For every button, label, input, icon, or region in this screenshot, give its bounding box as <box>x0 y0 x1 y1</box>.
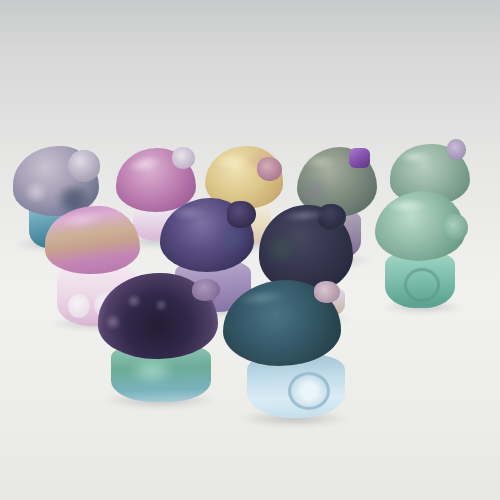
figurine-top-right-green-knob <box>447 139 466 160</box>
photo-stage <box>0 0 500 500</box>
figurine-top-yellow-base <box>223 201 271 245</box>
figurine-top-left-lavender-teal-highlight <box>22 182 50 202</box>
figurine-mid-pink-striped-toe <box>68 294 90 318</box>
figurine-top-grey-green-cap <box>297 147 377 217</box>
figurine-mid-dark-navy-cap <box>259 205 353 293</box>
figurine-top-grey-green-purple-tint <box>300 176 330 206</box>
figurine-bottom-purple-teal-shadow <box>102 392 218 409</box>
figurine-mid-dark-navy-base <box>275 284 345 320</box>
figurine-mid-pink-striped-toe <box>94 292 120 318</box>
figurine-top-left-lavender-teal-cap <box>13 146 99 216</box>
figurine-mid-pink-striped-base <box>57 264 137 326</box>
figurine-mid-pink-striped <box>0 0 500 500</box>
figurine-mid-right-green-base <box>385 252 455 308</box>
figurine-top-grey-green-shadow <box>304 254 372 267</box>
figurine-bottom-purple-teal-base <box>111 344 211 402</box>
figurine-top-yellow <box>0 0 500 500</box>
figurine-top-pink-cap <box>116 148 196 212</box>
figurine-mid-right-green-ear <box>443 214 468 241</box>
figurine-top-left-lavender-teal <box>0 0 500 500</box>
figurine-mid-dark-navy-knob <box>318 204 346 230</box>
figurine-mid-pink-striped-highlight <box>57 209 105 231</box>
figurine-top-right-green-highlight <box>398 150 432 164</box>
figurine-mid-pink-striped-shadow <box>50 316 144 331</box>
figurine-mid-dark-navy-teal-tint <box>264 232 296 268</box>
figurine-mid-dark-navy-highlight <box>282 207 327 224</box>
figurine-mid-right-green-cap <box>375 191 465 261</box>
figurine-top-pink-highlight <box>127 153 164 176</box>
figurine-mid-dark-violet <box>0 0 500 500</box>
figurine-mid-dark-violet-cap <box>160 198 254 272</box>
figurine-bottom-purple-teal-knob <box>192 279 220 301</box>
figurine-mid-right-green-swirl <box>404 268 440 302</box>
figurine-top-grey-green-highlight <box>305 154 337 170</box>
figurine-top-yellow-pink-tint <box>244 150 278 172</box>
figurine-bottom-teal-blue-cap <box>223 280 341 366</box>
figurine-top-yellow-highlight <box>214 153 250 171</box>
figurine-top-grey-green <box>0 0 500 500</box>
figurine-mid-dark-violet-knob <box>227 201 256 228</box>
figurine-top-left-lavender-teal-knob <box>68 150 100 182</box>
figurine-bottom-teal-blue-shadow <box>238 410 350 427</box>
figurine-bottom-teal-blue <box>0 0 500 500</box>
figurine-bottom-purple-teal-base-highlight <box>128 356 176 386</box>
figurine-mid-right-green-shadow <box>382 300 464 314</box>
figurine-bottom-teal-blue-base <box>247 354 345 418</box>
figurine-bottom-teal-blue-highlight <box>237 288 286 309</box>
figurine-top-grey-green-knob-purple-cube <box>349 148 370 168</box>
figurine-mid-dark-violet-highlight <box>170 205 208 221</box>
figurine-mid-dark-navy <box>0 0 500 500</box>
figurine-top-right-green <box>0 0 500 500</box>
figurine-bottom-teal-blue-knob <box>314 281 340 303</box>
figurine-mid-dark-navy-shadow <box>266 312 352 326</box>
figurine-top-right-green-base <box>397 197 443 244</box>
figurine-top-grey-green-base <box>311 209 361 259</box>
figurine-mid-dark-violet-blue-tint <box>218 222 250 256</box>
figurine-top-pink-shadow <box>122 234 194 248</box>
figurine-bottom-purple-teal <box>0 0 500 500</box>
figurine-top-left-lavender-teal-base <box>29 198 71 248</box>
figurine-top-pink <box>0 0 500 500</box>
figurine-mid-dark-violet-leg-line <box>208 284 214 310</box>
figurine-top-pink-base <box>133 203 185 241</box>
figurine-mid-right-green <box>0 0 500 500</box>
figurine-top-yellow-shadow <box>212 238 278 251</box>
figurine-top-pink-knob <box>172 147 195 169</box>
figurine-mid-dark-violet-shadow <box>166 304 252 318</box>
figurine-mid-right-green-highlight <box>386 198 428 214</box>
figurine-top-left-lavender-teal-shadow <box>14 236 98 252</box>
figurine-top-left-lavender-teal-cap-shade <box>52 186 96 214</box>
figurine-bottom-purple-teal-inclusion-dot <box>154 299 168 311</box>
figurine-mid-dark-violet-base <box>175 260 251 312</box>
figurine-bottom-purple-teal-inclusion-dot <box>126 294 142 308</box>
figurine-top-right-green-cap <box>390 144 470 205</box>
figurine-top-yellow-cap <box>205 146 283 209</box>
figurine-top-right-green-shadow <box>396 240 462 252</box>
figurine-bottom-purple-teal-cap <box>98 273 218 359</box>
figurine-bottom-teal-blue-swirl <box>288 372 330 410</box>
figurine-bottom-purple-teal-inclusion-dot <box>104 314 122 330</box>
figurine-top-yellow-knob <box>257 157 282 181</box>
figurine-mid-pink-striped-cap <box>45 206 140 274</box>
